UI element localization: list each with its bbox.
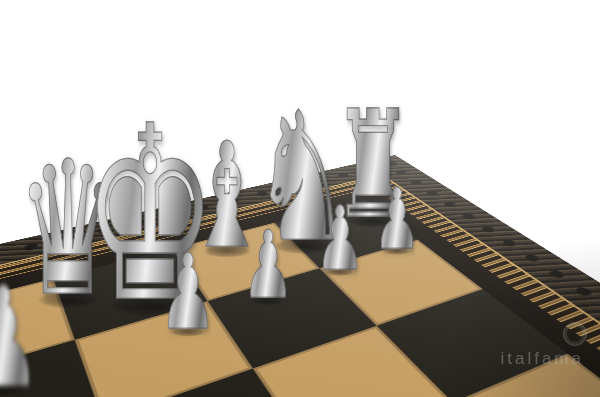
chess-board <box>0 0 600 397</box>
product-photo-scene: ♟♛♚♟♝♟♞♟♜♟ italfama <box>0 0 600 397</box>
